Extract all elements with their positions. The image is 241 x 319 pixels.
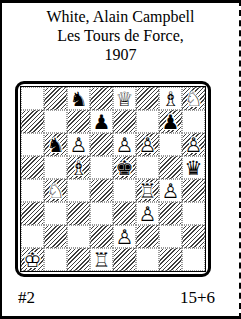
square-h3 — [182, 202, 205, 225]
square-b5 — [44, 156, 67, 179]
piece-white-pawn: ♙ — [182, 133, 205, 156]
square-f5 — [136, 156, 159, 179]
source-line: Les Tours de Force, — [2, 26, 239, 45]
square-a7 — [21, 110, 44, 133]
white-rook-silhouette: ♜ — [90, 248, 113, 271]
white-pawn-silhouette: ♟ — [159, 179, 182, 202]
black-pawn-silhouette: ♟ — [90, 110, 113, 133]
piece-white-bishop: ♗ — [159, 87, 182, 110]
square-e6: ♟♙ — [113, 133, 136, 156]
square-a1: ♚♔ — [21, 248, 44, 271]
square-g6 — [159, 133, 182, 156]
square-d2 — [90, 225, 113, 248]
square-e3 — [113, 202, 136, 225]
square-g7: ♟♟ — [159, 110, 182, 133]
piece-white-pawn: ♙ — [113, 225, 136, 248]
square-g2 — [159, 225, 182, 248]
piece-white-pawn: ♙ — [159, 179, 182, 202]
piece-white-pawn: ♙ — [67, 133, 90, 156]
square-g4: ♟♙ — [159, 179, 182, 202]
square-a4 — [21, 179, 44, 202]
black-king-silhouette: ♚ — [113, 156, 136, 179]
piece-white-queen: ♕ — [113, 87, 136, 110]
square-h6: ♟♙ — [182, 133, 205, 156]
white-king-silhouette: ♚ — [21, 248, 44, 271]
square-e5: ♚♚ — [113, 156, 136, 179]
year-line: 1907 — [2, 45, 239, 64]
square-e1 — [113, 248, 136, 271]
square-d6 — [90, 133, 113, 156]
square-h4 — [182, 179, 205, 202]
black-pawn-silhouette: ♟ — [159, 110, 182, 133]
author-line: White, Alain Campbell — [2, 7, 239, 26]
square-b3 — [44, 202, 67, 225]
square-c7 — [67, 110, 90, 133]
chessboard-frame: ♞♞♛♕♝♗♞♘♟♟♟♟♞♞♟♙♟♙♟♙♟♙♝♗♚♚♛♛♞♘♜♖♟♙♟♙♟♙♚♔… — [15, 81, 211, 277]
square-a6 — [21, 133, 44, 156]
piece-black-knight: ♞ — [44, 133, 67, 156]
square-g8: ♝♗ — [159, 87, 182, 110]
square-c2 — [67, 225, 90, 248]
white-queen-silhouette: ♛ — [113, 87, 136, 110]
piece-black-king: ♚ — [113, 156, 136, 179]
square-g5 — [159, 156, 182, 179]
white-pawn-silhouette: ♟ — [67, 133, 90, 156]
white-pawn-silhouette: ♟ — [182, 133, 205, 156]
white-knight-silhouette: ♞ — [44, 179, 67, 202]
square-d8 — [90, 87, 113, 110]
square-h2 — [182, 225, 205, 248]
piece-white-king: ♔ — [21, 248, 44, 271]
black-knight-silhouette: ♞ — [67, 87, 90, 110]
piece-white-bishop: ♗ — [67, 156, 90, 179]
square-b2 — [44, 225, 67, 248]
chessboard-border: ♞♞♛♕♝♗♞♘♟♟♟♟♞♞♟♙♟♙♟♙♟♙♝♗♚♚♛♛♞♘♜♖♟♙♟♙♟♙♚♔… — [20, 86, 206, 272]
stipulation-label: #2 — [18, 288, 35, 308]
problem-header: White, Alain Campbell Les Tours de Force… — [2, 3, 239, 64]
square-b4: ♞♘ — [44, 179, 67, 202]
piece-white-pawn: ♙ — [113, 133, 136, 156]
square-g3 — [159, 202, 182, 225]
square-g1 — [159, 248, 182, 271]
white-rook-silhouette: ♜ — [136, 179, 159, 202]
square-f6: ♟♙ — [136, 133, 159, 156]
piece-white-rook: ♖ — [90, 248, 113, 271]
square-b7 — [44, 110, 67, 133]
problem-footer: #2 15+6 — [2, 277, 239, 308]
square-f8 — [136, 87, 159, 110]
square-a3 — [21, 202, 44, 225]
piece-white-pawn: ♙ — [136, 133, 159, 156]
square-e2: ♟♙ — [113, 225, 136, 248]
piece-white-knight: ♘ — [182, 87, 205, 110]
piece-white-pawn: ♙ — [136, 202, 159, 225]
white-bishop-silhouette: ♝ — [159, 87, 182, 110]
square-d4 — [90, 179, 113, 202]
white-bishop-silhouette: ♝ — [67, 156, 90, 179]
square-c5: ♝♗ — [67, 156, 90, 179]
square-e7 — [113, 110, 136, 133]
square-f4: ♜♖ — [136, 179, 159, 202]
square-a5 — [21, 156, 44, 179]
black-knight-silhouette: ♞ — [44, 133, 67, 156]
white-pawn-silhouette: ♟ — [136, 133, 159, 156]
square-f1 — [136, 248, 159, 271]
piece-black-pawn: ♟ — [90, 110, 113, 133]
square-e8: ♛♕ — [113, 87, 136, 110]
piece-black-pawn: ♟ — [159, 110, 182, 133]
square-c3 — [67, 202, 90, 225]
white-pawn-silhouette: ♟ — [113, 225, 136, 248]
piece-black-knight: ♞ — [67, 87, 90, 110]
square-f7 — [136, 110, 159, 133]
square-c8: ♞♞ — [67, 87, 90, 110]
white-pawn-silhouette: ♟ — [136, 202, 159, 225]
piece-black-queen: ♛ — [182, 156, 205, 179]
square-h5: ♛♛ — [182, 156, 205, 179]
piece-white-rook: ♖ — [136, 179, 159, 202]
white-knight-silhouette: ♞ — [182, 87, 205, 110]
square-f3: ♟♙ — [136, 202, 159, 225]
square-e4 — [113, 179, 136, 202]
piece-count-label: 15+6 — [180, 288, 215, 308]
square-c6: ♟♙ — [67, 133, 90, 156]
square-h7 — [182, 110, 205, 133]
square-h8: ♞♘ — [182, 87, 205, 110]
square-d7: ♟♟ — [90, 110, 113, 133]
board-grid: ♞♞♛♕♝♗♞♘♟♟♟♟♞♞♟♙♟♙♟♙♟♙♝♗♚♚♛♛♞♘♜♖♟♙♟♙♟♙♚♔… — [21, 87, 205, 271]
square-d3 — [90, 202, 113, 225]
square-b8 — [44, 87, 67, 110]
problem-card: White, Alain Campbell Les Tours de Force… — [0, 0, 241, 319]
square-f2 — [136, 225, 159, 248]
square-h1 — [182, 248, 205, 271]
square-a2 — [21, 225, 44, 248]
square-c4 — [67, 179, 90, 202]
white-pawn-silhouette: ♟ — [113, 133, 136, 156]
square-b6: ♞♞ — [44, 133, 67, 156]
square-d1: ♜♖ — [90, 248, 113, 271]
square-a8 — [21, 87, 44, 110]
square-b1 — [44, 248, 67, 271]
piece-white-knight: ♘ — [44, 179, 67, 202]
black-queen-silhouette: ♛ — [182, 156, 205, 179]
square-c1 — [67, 248, 90, 271]
square-d5 — [90, 156, 113, 179]
